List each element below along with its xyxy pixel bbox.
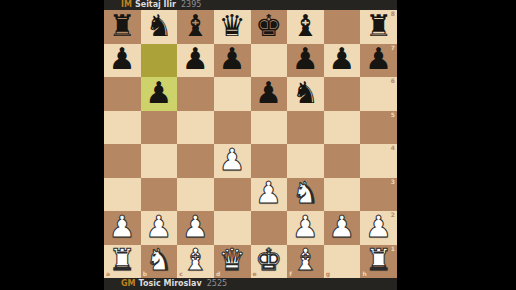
file-label-a: a — [106, 271, 110, 277]
square-h1[interactable]: ♜1h — [360, 245, 397, 279]
square-g6[interactable] — [324, 77, 361, 111]
square-g1[interactable]: g — [324, 245, 361, 279]
black-rook: ♜ — [365, 11, 392, 41]
page-background: { "game": "chess", "position": { "fen": … — [0, 0, 516, 290]
square-e1[interactable]: ♚e — [251, 245, 288, 279]
square-b1[interactable]: ♞b — [141, 245, 178, 279]
square-a8[interactable]: ♜ — [104, 10, 141, 44]
square-f1[interactable]: ♝f — [287, 245, 324, 279]
square-c7[interactable]: ♟ — [177, 44, 214, 78]
black-knight: ♞ — [145, 11, 172, 41]
square-g2[interactable]: ♟ — [324, 211, 361, 245]
bottom-player-name: Tosic Miroslav — [139, 279, 202, 289]
black-pawn: ♟ — [365, 44, 392, 74]
square-e4[interactable] — [251, 144, 288, 178]
square-f3[interactable]: ♞ — [287, 178, 324, 212]
square-c2[interactable]: ♟ — [177, 211, 214, 245]
square-c1[interactable]: ♝c — [177, 245, 214, 279]
rank-label-8: 8 — [391, 11, 395, 17]
square-e5[interactable] — [251, 111, 288, 145]
black-bishop: ♝ — [182, 11, 209, 41]
square-h8[interactable]: ♜8 — [360, 10, 397, 44]
square-d4[interactable]: ♟ — [214, 144, 251, 178]
square-a4[interactable] — [104, 144, 141, 178]
square-e2[interactable] — [251, 211, 288, 245]
bottom-player-title-badge: GM — [121, 279, 136, 289]
square-h6[interactable]: 6 — [360, 77, 397, 111]
chess-board[interactable]: ♜♞♝♛♚♝♜8♟♟♟♟♟♟7♟♟♞65♟4♟♞3♟♟♟♟♟♟2♜a♞b♝c♛d… — [104, 10, 397, 278]
square-e3[interactable]: ♟ — [251, 178, 288, 212]
black-rook: ♜ — [109, 11, 136, 41]
file-label-d: d — [216, 271, 220, 277]
rank-label-4: 4 — [391, 145, 395, 151]
square-d1[interactable]: ♛d — [214, 245, 251, 279]
square-a2[interactable]: ♟ — [104, 211, 141, 245]
white-pawn: ♟ — [145, 212, 172, 242]
black-pawn: ♟ — [109, 44, 136, 74]
square-e7[interactable] — [251, 44, 288, 78]
rank-label-5: 5 — [391, 112, 395, 118]
white-rook: ♜ — [109, 245, 136, 275]
square-e8[interactable]: ♚ — [251, 10, 288, 44]
square-d3[interactable] — [214, 178, 251, 212]
square-h2[interactable]: ♟2 — [360, 211, 397, 245]
file-label-e: e — [253, 271, 257, 277]
rank-label-6: 6 — [391, 78, 395, 84]
top-player-name: Seitaj Ilir — [135, 0, 176, 10]
white-king: ♚ — [255, 245, 282, 275]
square-g5[interactable] — [324, 111, 361, 145]
top-player-bar: IM Seitaj Ilir 2395 — [104, 0, 397, 10]
square-f2[interactable]: ♟ — [287, 211, 324, 245]
black-king: ♚ — [255, 11, 282, 41]
black-pawn: ♟ — [219, 44, 246, 74]
square-h3[interactable]: 3 — [360, 178, 397, 212]
file-label-b: b — [143, 271, 147, 277]
square-c8[interactable]: ♝ — [177, 10, 214, 44]
bottom-player-rating: 2525 — [207, 279, 227, 289]
square-g7[interactable]: ♟ — [324, 44, 361, 78]
square-a3[interactable] — [104, 178, 141, 212]
file-label-g: g — [326, 271, 330, 277]
square-e6[interactable]: ♟ — [251, 77, 288, 111]
rank-label-2: 2 — [391, 212, 395, 218]
white-pawn: ♟ — [219, 145, 246, 175]
square-f8[interactable]: ♝ — [287, 10, 324, 44]
white-knight: ♞ — [292, 178, 319, 208]
square-f4[interactable] — [287, 144, 324, 178]
square-b5[interactable] — [141, 111, 178, 145]
square-d6[interactable] — [214, 77, 251, 111]
bottom-player-bar: GM Tosic Miroslav 2525 — [104, 278, 397, 290]
black-pawn: ♟ — [182, 44, 209, 74]
square-d5[interactable] — [214, 111, 251, 145]
square-d7[interactable]: ♟ — [214, 44, 251, 78]
black-pawn: ♟ — [255, 78, 282, 108]
top-player-rating: 2395 — [181, 0, 201, 10]
white-knight: ♞ — [145, 245, 172, 275]
rank-label-1: 1 — [391, 246, 395, 252]
rank-label-3: 3 — [391, 179, 395, 185]
black-bishop: ♝ — [292, 11, 319, 41]
square-g4[interactable] — [324, 144, 361, 178]
square-g8[interactable] — [324, 10, 361, 44]
square-h4[interactable]: 4 — [360, 144, 397, 178]
square-a1[interactable]: ♜a — [104, 245, 141, 279]
white-pawn: ♟ — [182, 212, 209, 242]
square-c4[interactable] — [177, 144, 214, 178]
black-pawn: ♟ — [145, 78, 172, 108]
black-pawn: ♟ — [292, 44, 319, 74]
white-pawn: ♟ — [109, 212, 136, 242]
square-h5[interactable]: 5 — [360, 111, 397, 145]
square-d2[interactable] — [214, 211, 251, 245]
black-queen: ♛ — [219, 11, 246, 41]
square-d8[interactable]: ♛ — [214, 10, 251, 44]
black-pawn: ♟ — [329, 44, 356, 74]
file-label-f: f — [289, 271, 292, 277]
square-h7[interactable]: ♟7 — [360, 44, 397, 78]
black-knight: ♞ — [292, 78, 319, 108]
file-label-c: c — [179, 271, 183, 277]
square-g3[interactable] — [324, 178, 361, 212]
square-b4[interactable] — [141, 144, 178, 178]
white-rook: ♜ — [365, 245, 392, 275]
square-b8[interactable]: ♞ — [141, 10, 178, 44]
square-c3[interactable] — [177, 178, 214, 212]
square-b6[interactable]: ♟ — [141, 77, 178, 111]
square-f7[interactable]: ♟ — [287, 44, 324, 78]
top-player-title-badge: IM — [121, 0, 132, 10]
white-queen: ♛ — [219, 245, 246, 275]
game-panel: IM Seitaj Ilir 2395 ♜♞♝♛♚♝♜8♟♟♟♟♟♟7♟♟♞65… — [104, 0, 397, 290]
square-b7[interactable] — [141, 44, 178, 78]
white-pawn: ♟ — [255, 178, 282, 208]
white-pawn: ♟ — [292, 212, 319, 242]
square-a6[interactable] — [104, 77, 141, 111]
square-c5[interactable] — [177, 111, 214, 145]
white-bishop: ♝ — [182, 245, 209, 275]
file-label-h: h — [362, 271, 366, 277]
white-bishop: ♝ — [292, 245, 319, 275]
square-b3[interactable] — [141, 178, 178, 212]
square-a7[interactable]: ♟ — [104, 44, 141, 78]
square-a5[interactable] — [104, 111, 141, 145]
square-c6[interactable] — [177, 77, 214, 111]
white-pawn: ♟ — [365, 212, 392, 242]
rank-label-7: 7 — [391, 45, 395, 51]
white-pawn: ♟ — [329, 212, 356, 242]
square-f5[interactable] — [287, 111, 324, 145]
square-f6[interactable]: ♞ — [287, 77, 324, 111]
square-b2[interactable]: ♟ — [141, 211, 178, 245]
